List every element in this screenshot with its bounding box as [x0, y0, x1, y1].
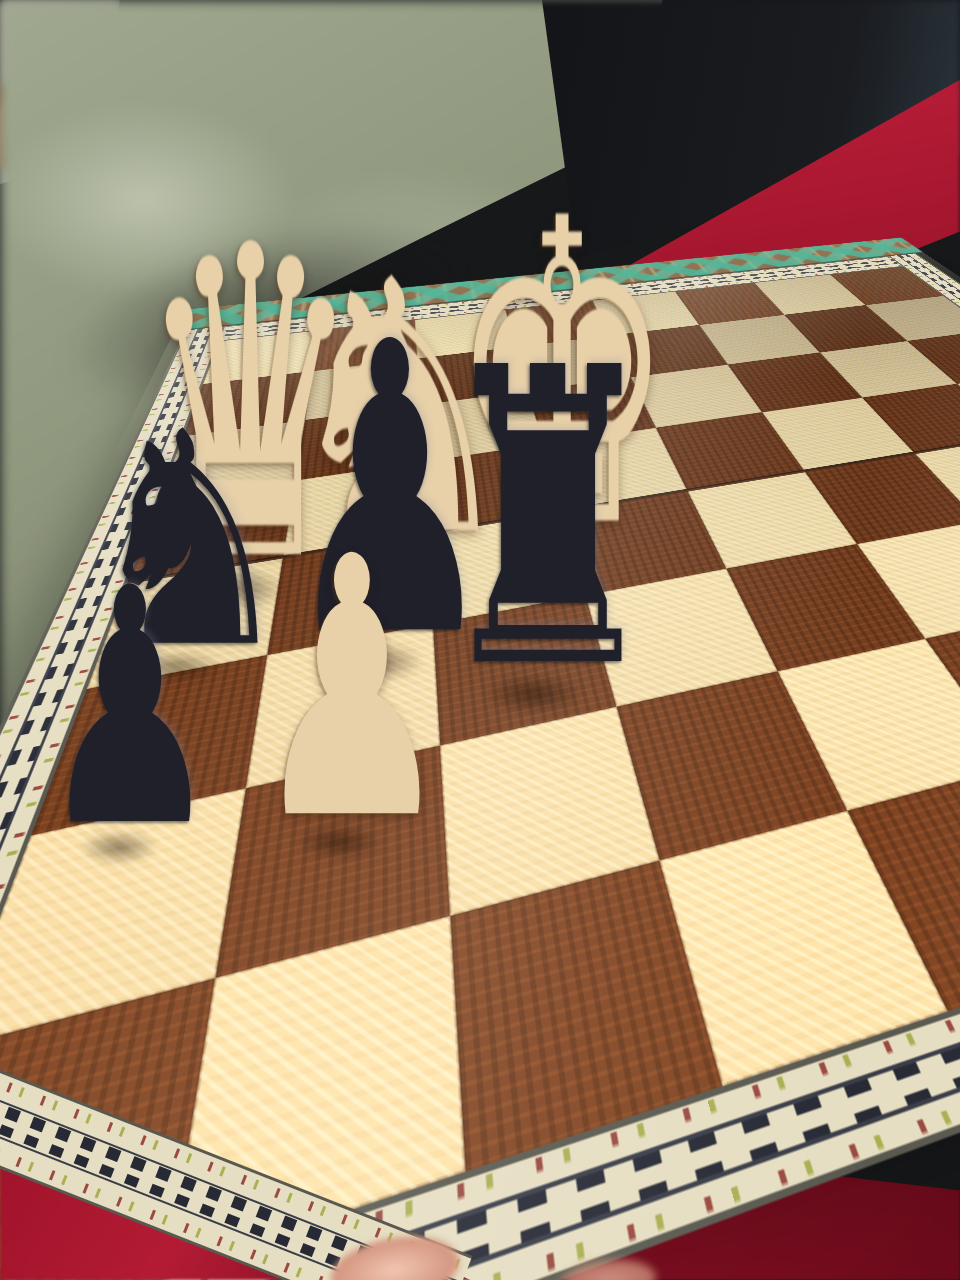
- chess-photo-scene: ♛ ♞ ♚ ♞ ♟ ♜ ♟ ♟: [0, 0, 960, 1280]
- black-pawn-a2[interactable]: ♟: [40, 523, 221, 848]
- black-rook[interactable]: ♜: [431, 287, 665, 695]
- black-pawn-glyph: ♟: [40, 546, 221, 871]
- white-pawn-glyph: ♟: [251, 510, 453, 868]
- white-pawn[interactable]: ♟: [251, 485, 453, 843]
- black-rook-glyph: ♜: [431, 316, 665, 724]
